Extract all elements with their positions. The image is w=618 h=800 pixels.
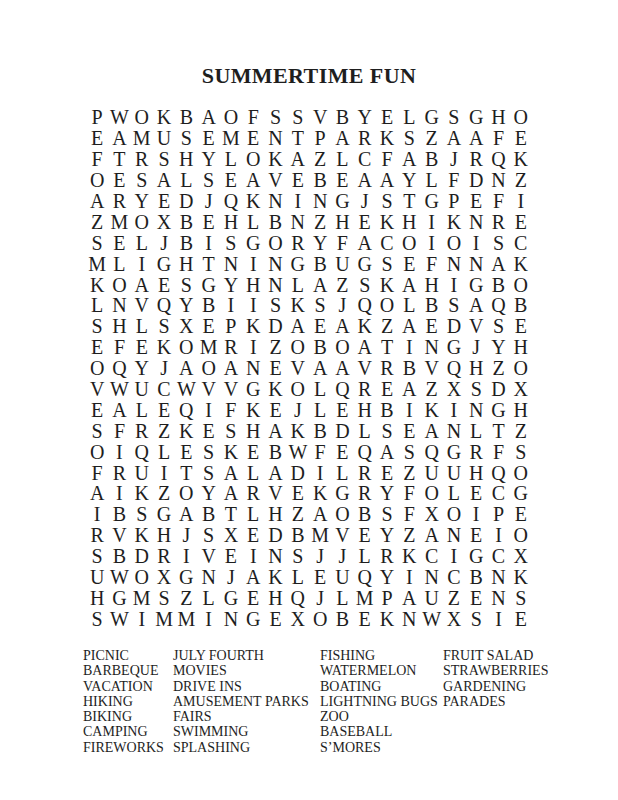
grid-cell: D bbox=[131, 546, 153, 567]
word-search-grid: PWOKBAOFSSVBYELGSGHOEAMUSEMENTPARKSZAAFE… bbox=[86, 107, 532, 629]
grid-cell: B bbox=[331, 608, 353, 629]
grid-cell: N bbox=[443, 525, 465, 546]
grid-cell: G bbox=[242, 232, 264, 253]
grid-cell: V bbox=[309, 107, 331, 128]
grid-cell: N bbox=[465, 253, 487, 274]
grid-cell: I bbox=[309, 462, 331, 483]
word-list-item: VACATION bbox=[83, 679, 164, 694]
grid-cell: E bbox=[108, 232, 130, 253]
grid-cell: X bbox=[443, 608, 465, 629]
grid-cell: A bbox=[398, 149, 420, 170]
grid-cell: O bbox=[443, 504, 465, 525]
grid-cell: E bbox=[264, 399, 286, 420]
grid-cell: G bbox=[175, 567, 197, 588]
grid-cell: G bbox=[465, 274, 487, 295]
grid-cell: B bbox=[108, 504, 130, 525]
grid-cell: K bbox=[175, 420, 197, 441]
word-list-item: PICNIC bbox=[83, 648, 164, 663]
word-list-item: FISHING bbox=[320, 648, 438, 663]
grid-cell: K bbox=[242, 399, 264, 420]
grid-cell: F bbox=[420, 253, 442, 274]
grid-cell: Y bbox=[309, 232, 331, 253]
grid-cell: H bbox=[108, 316, 130, 337]
grid-cell: H bbox=[242, 420, 264, 441]
grid-cell: Q bbox=[287, 587, 309, 608]
grid-cell: G bbox=[331, 191, 353, 212]
grid-cell: B bbox=[197, 504, 219, 525]
grid-cell: S bbox=[131, 504, 153, 525]
grid-cell: O bbox=[175, 483, 197, 504]
grid-cell: L bbox=[309, 379, 331, 400]
grid-cell: I bbox=[398, 399, 420, 420]
grid-cell: G bbox=[487, 399, 509, 420]
grid-cell: I bbox=[197, 608, 219, 629]
word-list-item: MOVIES bbox=[173, 663, 309, 678]
grid-cell: S bbox=[487, 316, 509, 337]
grid-cell: V bbox=[287, 358, 309, 379]
grid-cell: N bbox=[264, 546, 286, 567]
grid-cell: K bbox=[510, 253, 532, 274]
grid-cell: A bbox=[398, 379, 420, 400]
grid-cell: X bbox=[510, 379, 532, 400]
grid-cell: N bbox=[264, 191, 286, 212]
grid-cell: N bbox=[465, 211, 487, 232]
grid-cell: O bbox=[398, 232, 420, 253]
grid-cell: B bbox=[175, 107, 197, 128]
grid-cell: T bbox=[108, 149, 130, 170]
grid-cell: L bbox=[354, 546, 376, 567]
grid-cell: E bbox=[331, 441, 353, 462]
grid-cell: S bbox=[287, 546, 309, 567]
grid-cell: H bbox=[175, 253, 197, 274]
grid-cell: Q bbox=[108, 358, 130, 379]
grid-cell: X bbox=[420, 504, 442, 525]
word-list-item: SPLASHING bbox=[173, 740, 309, 755]
grid-cell: R bbox=[86, 525, 108, 546]
grid-cell: E bbox=[376, 379, 398, 400]
grid-cell: C bbox=[487, 546, 509, 567]
grid-cell: Z bbox=[443, 587, 465, 608]
grid-cell: Y bbox=[131, 358, 153, 379]
grid-cell: S bbox=[264, 295, 286, 316]
grid-cell: S bbox=[197, 525, 219, 546]
grid-cell: K bbox=[131, 483, 153, 504]
grid-cell: E bbox=[287, 170, 309, 191]
grid-cell: S bbox=[287, 107, 309, 128]
grid-cell: B bbox=[465, 567, 487, 588]
grid-cell: E bbox=[108, 170, 130, 191]
grid-cell: G bbox=[331, 483, 353, 504]
grid-cell: X bbox=[443, 379, 465, 400]
grid-cell: U bbox=[86, 567, 108, 588]
grid-cell: R bbox=[354, 483, 376, 504]
grid-cell: A bbox=[331, 128, 353, 149]
worksheet-page: SUMMERTIME FUN PWOKBAOFSSVBYELGSGHOEAMUS… bbox=[0, 0, 618, 800]
grid-cell: E bbox=[242, 441, 264, 462]
grid-cell: D bbox=[264, 316, 286, 337]
grid-cell: N bbox=[443, 420, 465, 441]
grid-cell: M bbox=[354, 587, 376, 608]
grid-cell: E bbox=[220, 546, 242, 567]
grid-cell: F bbox=[443, 170, 465, 191]
grid-cell: X bbox=[153, 567, 175, 588]
word-list-item: FIREWORKS bbox=[83, 740, 164, 755]
grid-cell: B bbox=[420, 149, 442, 170]
grid-cell: Y bbox=[197, 149, 219, 170]
grid-cell: O bbox=[197, 358, 219, 379]
grid-cell: Q bbox=[354, 567, 376, 588]
word-list-item: CAMPING bbox=[83, 724, 164, 739]
grid-cell: B bbox=[108, 546, 130, 567]
grid-cell: A bbox=[242, 170, 264, 191]
grid-cell: X bbox=[287, 608, 309, 629]
grid-cell: Q bbox=[153, 295, 175, 316]
grid-cell: B bbox=[487, 274, 509, 295]
grid-cell: E bbox=[510, 504, 532, 525]
grid-cell: D bbox=[331, 420, 353, 441]
grid-cell: A bbox=[108, 399, 130, 420]
grid-cell: E bbox=[220, 170, 242, 191]
grid-cell: B bbox=[510, 295, 532, 316]
grid-cell: I bbox=[420, 211, 442, 232]
grid-cell: M bbox=[197, 337, 219, 358]
grid-cell: C bbox=[510, 232, 532, 253]
grid-cell: I bbox=[131, 608, 153, 629]
word-list-item: S’MORES bbox=[320, 740, 438, 755]
grid-cell: F bbox=[309, 441, 331, 462]
grid-cell: D bbox=[175, 191, 197, 212]
grid-cell: O bbox=[108, 274, 130, 295]
grid-cell: J bbox=[220, 567, 242, 588]
grid-cell: Z bbox=[398, 525, 420, 546]
grid-cell: H bbox=[510, 399, 532, 420]
grid-cell: K bbox=[242, 191, 264, 212]
grid-cell: H bbox=[487, 107, 509, 128]
grid-cell: W bbox=[108, 567, 130, 588]
grid-cell: A bbox=[220, 358, 242, 379]
grid-cell: I bbox=[398, 567, 420, 588]
grid-cell: X bbox=[510, 546, 532, 567]
grid-cell: K bbox=[443, 211, 465, 232]
grid-cell: E bbox=[510, 316, 532, 337]
grid-cell: A bbox=[398, 587, 420, 608]
grid-cell: A bbox=[443, 128, 465, 149]
grid-cell: S bbox=[197, 462, 219, 483]
grid-cell: N bbox=[420, 567, 442, 588]
grid-cell: E bbox=[197, 316, 219, 337]
grid-cell: V bbox=[220, 379, 242, 400]
grid-cell: O bbox=[443, 232, 465, 253]
grid-cell: Z bbox=[153, 420, 175, 441]
grid-cell: S bbox=[86, 546, 108, 567]
grid-cell: U bbox=[331, 567, 353, 588]
grid-cell: A bbox=[264, 462, 286, 483]
grid-cell: E bbox=[510, 128, 532, 149]
grid-cell: K bbox=[354, 316, 376, 337]
grid-cell: N bbox=[108, 295, 130, 316]
grid-cell: S bbox=[175, 128, 197, 149]
grid-cell: A bbox=[220, 483, 242, 504]
grid-cell: K bbox=[86, 274, 108, 295]
grid-cell: R bbox=[354, 462, 376, 483]
grid-cell: U bbox=[131, 462, 153, 483]
grid-cell: K bbox=[153, 107, 175, 128]
grid-cell: I bbox=[487, 525, 509, 546]
grid-cell: S bbox=[510, 441, 532, 462]
grid-cell: N bbox=[287, 211, 309, 232]
grid-cell: G bbox=[242, 608, 264, 629]
word-list-item: FAIRS bbox=[173, 709, 309, 724]
grid-cell: I bbox=[465, 504, 487, 525]
grid-cell: P bbox=[487, 504, 509, 525]
grid-cell: A bbox=[309, 274, 331, 295]
grid-cell: W bbox=[175, 379, 197, 400]
grid-cell: S bbox=[376, 420, 398, 441]
grid-cell: O bbox=[510, 107, 532, 128]
grid-cell: Z bbox=[86, 211, 108, 232]
grid-cell: S bbox=[309, 295, 331, 316]
word-list-item: WATERMELON bbox=[320, 663, 438, 678]
grid-cell: O bbox=[510, 358, 532, 379]
grid-cell: W bbox=[287, 441, 309, 462]
grid-cell: O bbox=[264, 232, 286, 253]
grid-cell: R bbox=[131, 420, 153, 441]
grid-cell: I bbox=[197, 399, 219, 420]
grid-cell: N bbox=[443, 253, 465, 274]
grid-cell: S bbox=[510, 587, 532, 608]
grid-cell: V bbox=[354, 358, 376, 379]
grid-cell: Z bbox=[331, 274, 353, 295]
grid-cell: E bbox=[331, 399, 353, 420]
grid-cell: B bbox=[287, 525, 309, 546]
grid-cell: I bbox=[443, 274, 465, 295]
grid-cell: B bbox=[309, 420, 331, 441]
grid-cell: R bbox=[153, 546, 175, 567]
grid-cell: L bbox=[131, 232, 153, 253]
grid-cell: G bbox=[153, 504, 175, 525]
grid-cell: I bbox=[242, 253, 264, 274]
grid-cell: S bbox=[264, 107, 286, 128]
grid-cell: J bbox=[354, 191, 376, 212]
grid-cell: R bbox=[108, 191, 130, 212]
grid-cell: Q bbox=[487, 295, 509, 316]
grid-cell: V bbox=[264, 170, 286, 191]
grid-cell: I bbox=[287, 191, 309, 212]
grid-cell: Q bbox=[354, 295, 376, 316]
grid-cell: O bbox=[131, 211, 153, 232]
grid-cell: Y bbox=[197, 483, 219, 504]
grid-cell: P bbox=[220, 316, 242, 337]
grid-cell: E bbox=[465, 191, 487, 212]
grid-cell: S bbox=[153, 587, 175, 608]
grid-cell: G bbox=[443, 441, 465, 462]
grid-cell: F bbox=[86, 149, 108, 170]
grid-cell: S bbox=[153, 149, 175, 170]
word-list-item: BIKING bbox=[83, 709, 164, 724]
grid-cell: D bbox=[465, 170, 487, 191]
grid-cell: S bbox=[376, 191, 398, 212]
grid-cell: K bbox=[287, 420, 309, 441]
grid-cell: E bbox=[465, 587, 487, 608]
grid-cell: N bbox=[264, 128, 286, 149]
grid-cell: S bbox=[153, 316, 175, 337]
grid-cell: A bbox=[331, 316, 353, 337]
grid-cell: U bbox=[443, 462, 465, 483]
grid-cell: X bbox=[175, 316, 197, 337]
grid-cell: K bbox=[398, 546, 420, 567]
grid-cell: G bbox=[108, 587, 130, 608]
grid-cell: G bbox=[287, 253, 309, 274]
grid-cell: A bbox=[242, 567, 264, 588]
grid-cell: H bbox=[465, 462, 487, 483]
grid-cell: T bbox=[220, 504, 242, 525]
grid-cell: R bbox=[465, 441, 487, 462]
grid-cell: M bbox=[175, 608, 197, 629]
grid-cell: S bbox=[465, 608, 487, 629]
grid-cell: W bbox=[108, 608, 130, 629]
grid-cell: Y bbox=[376, 525, 398, 546]
grid-cell: V bbox=[86, 379, 108, 400]
grid-cell: O bbox=[376, 295, 398, 316]
grid-cell: R bbox=[287, 232, 309, 253]
grid-cell: C bbox=[487, 483, 509, 504]
grid-cell: Y bbox=[354, 107, 376, 128]
grid-cell: A bbox=[376, 170, 398, 191]
grid-cell: F bbox=[487, 441, 509, 462]
grid-cell: R bbox=[108, 462, 130, 483]
grid-cell: Y bbox=[376, 567, 398, 588]
grid-cell: E bbox=[309, 316, 331, 337]
grid-cell: P bbox=[309, 128, 331, 149]
grid-cell: A bbox=[354, 170, 376, 191]
grid-cell: V bbox=[197, 379, 219, 400]
grid-cell: Q bbox=[443, 358, 465, 379]
grid-cell: S bbox=[443, 295, 465, 316]
grid-cell: A bbox=[197, 107, 219, 128]
grid-cell: O bbox=[86, 170, 108, 191]
grid-cell: T bbox=[287, 128, 309, 149]
word-list-item: DRIVE INS bbox=[173, 679, 309, 694]
grid-cell: C bbox=[420, 546, 442, 567]
grid-cell: S bbox=[487, 232, 509, 253]
grid-cell: O bbox=[86, 358, 108, 379]
grid-cell: A bbox=[420, 420, 442, 441]
grid-cell: E bbox=[197, 211, 219, 232]
grid-cell: G bbox=[420, 191, 442, 212]
grid-cell: S bbox=[86, 316, 108, 337]
grid-cell: L bbox=[131, 316, 153, 337]
grid-cell: F bbox=[331, 232, 353, 253]
grid-cell: J bbox=[331, 295, 353, 316]
word-list-item: STRAWBERRIES bbox=[443, 663, 548, 678]
grid-cell: S bbox=[220, 420, 242, 441]
grid-cell: S bbox=[443, 107, 465, 128]
grid-cell: G bbox=[153, 253, 175, 274]
grid-cell: I bbox=[443, 399, 465, 420]
grid-cell: K bbox=[309, 483, 331, 504]
grid-cell: A bbox=[86, 483, 108, 504]
grid-cell: E bbox=[264, 608, 286, 629]
grid-cell: S bbox=[376, 504, 398, 525]
grid-cell: D bbox=[487, 379, 509, 400]
grid-cell: O bbox=[242, 149, 264, 170]
grid-cell: B bbox=[309, 253, 331, 274]
grid-cell: Y bbox=[220, 274, 242, 295]
grid-cell: E bbox=[86, 128, 108, 149]
grid-cell: K bbox=[510, 149, 532, 170]
grid-cell: B bbox=[264, 441, 286, 462]
grid-cell: I bbox=[153, 462, 175, 483]
grid-cell: E bbox=[153, 191, 175, 212]
grid-cell: T bbox=[175, 462, 197, 483]
grid-cell: L bbox=[220, 149, 242, 170]
grid-cell: H bbox=[465, 358, 487, 379]
grid-cell: A bbox=[487, 253, 509, 274]
grid-cell: Y bbox=[376, 483, 398, 504]
grid-cell: E bbox=[398, 253, 420, 274]
grid-cell: S bbox=[465, 379, 487, 400]
grid-cell: E bbox=[175, 441, 197, 462]
grid-cell: A bbox=[398, 316, 420, 337]
grid-cell: M bbox=[131, 128, 153, 149]
grid-cell: H bbox=[398, 211, 420, 232]
grid-cell: S bbox=[197, 170, 219, 191]
grid-cell: L bbox=[354, 420, 376, 441]
grid-cell: T bbox=[487, 420, 509, 441]
grid-cell: I bbox=[197, 232, 219, 253]
grid-cell: R bbox=[220, 337, 242, 358]
grid-cell: S bbox=[175, 274, 197, 295]
word-list-item: BOATING bbox=[320, 679, 438, 694]
grid-cell: I bbox=[242, 546, 264, 567]
grid-cell: J bbox=[153, 358, 175, 379]
grid-cell: E bbox=[465, 525, 487, 546]
grid-cell: E bbox=[510, 608, 532, 629]
grid-cell: V bbox=[420, 358, 442, 379]
grid-cell: D bbox=[287, 462, 309, 483]
grid-cell: N bbox=[398, 608, 420, 629]
grid-cell: I bbox=[108, 483, 130, 504]
grid-cell: U bbox=[153, 128, 175, 149]
grid-cell: V bbox=[465, 316, 487, 337]
grid-cell: O bbox=[220, 107, 242, 128]
grid-cell: U bbox=[420, 462, 442, 483]
grid-cell: G bbox=[354, 253, 376, 274]
grid-cell: H bbox=[264, 504, 286, 525]
grid-cell: P bbox=[443, 191, 465, 212]
grid-cell: L bbox=[287, 567, 309, 588]
grid-cell: L bbox=[331, 462, 353, 483]
grid-cell: Z bbox=[153, 483, 175, 504]
grid-cell: Q bbox=[487, 149, 509, 170]
grid-cell: L bbox=[108, 253, 130, 274]
grid-cell: R bbox=[354, 128, 376, 149]
grid-cell: Z bbox=[287, 504, 309, 525]
grid-cell: A bbox=[309, 358, 331, 379]
grid-cell: R bbox=[376, 546, 398, 567]
grid-cell: H bbox=[86, 587, 108, 608]
grid-cell: G bbox=[465, 107, 487, 128]
grid-cell: C bbox=[153, 379, 175, 400]
grid-cell: G bbox=[420, 107, 442, 128]
grid-cell: Q bbox=[331, 379, 353, 400]
grid-cell: Z bbox=[487, 358, 509, 379]
grid-cell: F bbox=[108, 337, 130, 358]
grid-cell: C bbox=[354, 149, 376, 170]
grid-cell: I bbox=[465, 232, 487, 253]
grid-cell: B bbox=[197, 295, 219, 316]
grid-cell: A bbox=[131, 274, 153, 295]
